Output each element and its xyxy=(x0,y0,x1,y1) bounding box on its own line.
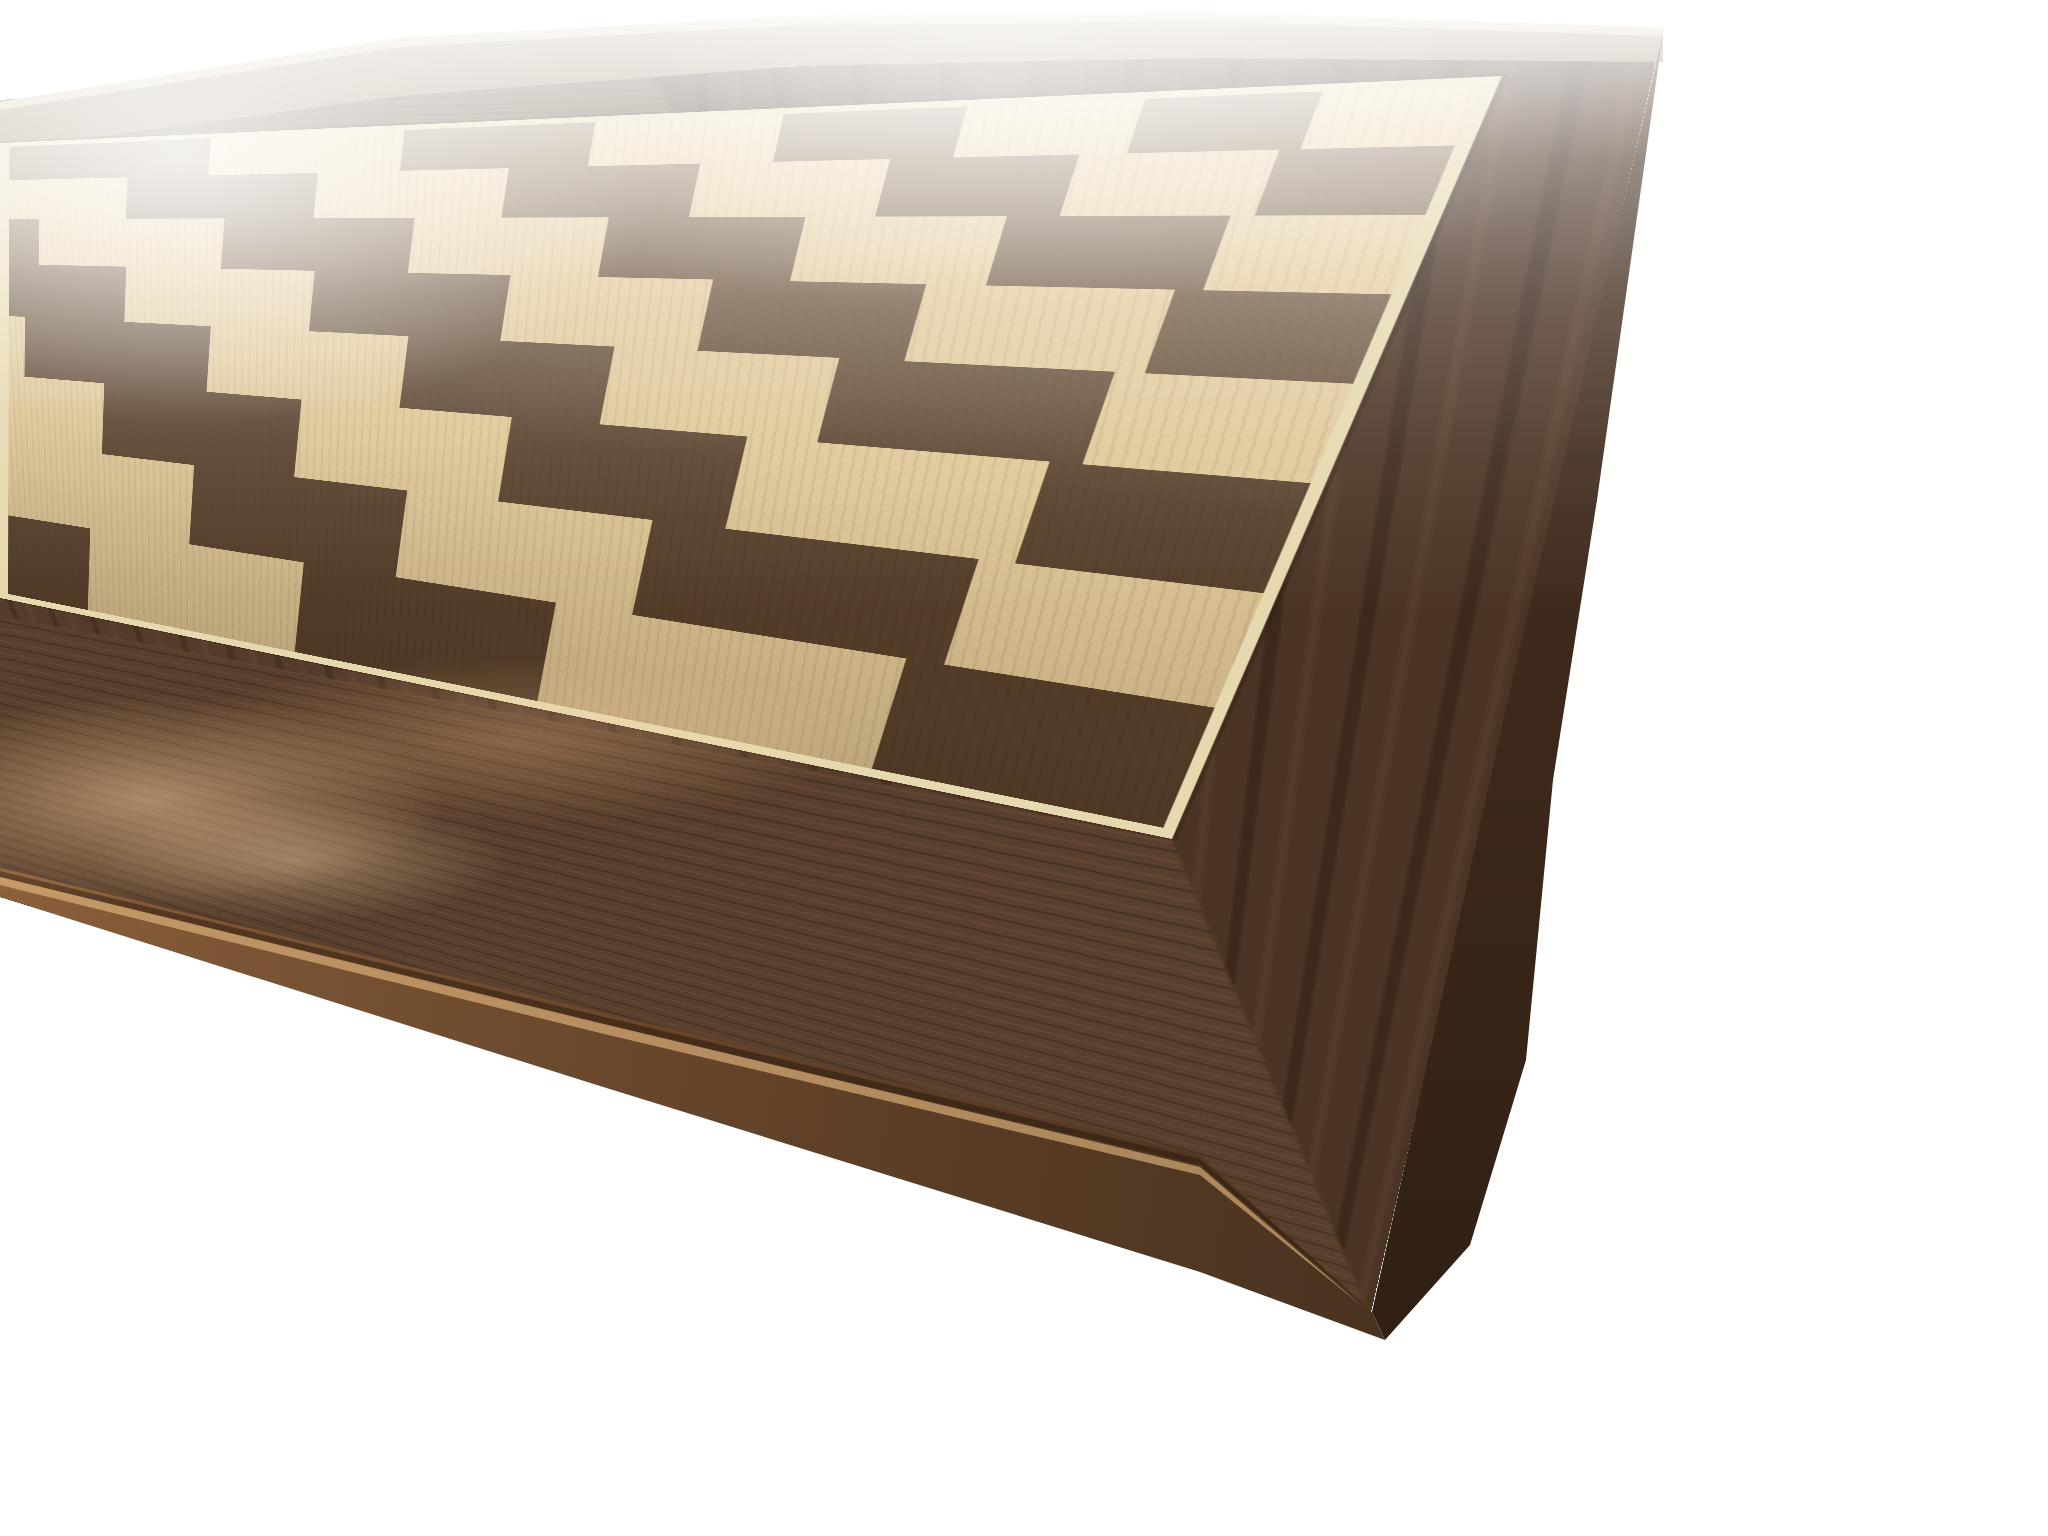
photo-background xyxy=(0,0,2048,1536)
